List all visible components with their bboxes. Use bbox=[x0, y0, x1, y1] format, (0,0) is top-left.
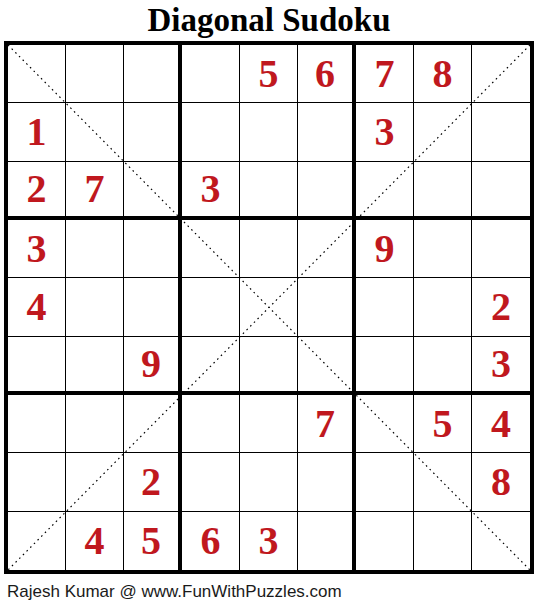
cell-r7c2[interactable] bbox=[66, 395, 124, 453]
cell-r5c7[interactable] bbox=[356, 278, 414, 336]
puzzle-title: Diagonal Sudoku bbox=[0, 3, 538, 37]
cell-r6c7[interactable] bbox=[356, 337, 414, 395]
cell-r7c8[interactable]: 5 bbox=[414, 395, 472, 453]
cell-r8c8[interactable] bbox=[414, 453, 472, 511]
cell-r3c8[interactable] bbox=[414, 162, 472, 220]
cell-r5c1[interactable]: 4 bbox=[8, 278, 66, 336]
cell-r8c7[interactable] bbox=[356, 453, 414, 511]
cell-r5c4[interactable] bbox=[182, 278, 240, 336]
cell-r4c7[interactable]: 9 bbox=[356, 220, 414, 278]
cell-r2c3[interactable] bbox=[124, 103, 182, 161]
cell-r1c9[interactable] bbox=[472, 45, 530, 103]
cell-r3c2[interactable]: 7 bbox=[66, 162, 124, 220]
cell-r9c4[interactable]: 6 bbox=[182, 512, 240, 570]
cell-r1c2[interactable] bbox=[66, 45, 124, 103]
cell-r2c5[interactable] bbox=[240, 103, 298, 161]
cell-r3c3[interactable] bbox=[124, 162, 182, 220]
cell-r1c8[interactable]: 8 bbox=[414, 45, 472, 103]
cell-r4c6[interactable] bbox=[298, 220, 356, 278]
cell-r8c3[interactable]: 2 bbox=[124, 453, 182, 511]
cell-r6c6[interactable] bbox=[298, 337, 356, 395]
cell-r7c6[interactable]: 7 bbox=[298, 395, 356, 453]
cell-r7c3[interactable] bbox=[124, 395, 182, 453]
cell-r4c9[interactable] bbox=[472, 220, 530, 278]
cell-r8c9[interactable]: 8 bbox=[472, 453, 530, 511]
cell-r6c5[interactable] bbox=[240, 337, 298, 395]
cell-r9c6[interactable] bbox=[298, 512, 356, 570]
cell-r4c5[interactable] bbox=[240, 220, 298, 278]
cell-r5c3[interactable] bbox=[124, 278, 182, 336]
cell-r9c2[interactable]: 4 bbox=[66, 512, 124, 570]
sudoku-grid: 567813273394293754284563 bbox=[8, 45, 530, 570]
cell-r8c2[interactable] bbox=[66, 453, 124, 511]
cell-r5c9[interactable]: 2 bbox=[472, 278, 530, 336]
cell-r9c5[interactable]: 3 bbox=[240, 512, 298, 570]
cell-r3c9[interactable] bbox=[472, 162, 530, 220]
cell-r1c3[interactable] bbox=[124, 45, 182, 103]
cell-r3c1[interactable]: 2 bbox=[8, 162, 66, 220]
cell-r9c8[interactable] bbox=[414, 512, 472, 570]
cell-r2c4[interactable] bbox=[182, 103, 240, 161]
cell-r8c6[interactable] bbox=[298, 453, 356, 511]
cell-r2c8[interactable] bbox=[414, 103, 472, 161]
cell-r2c7[interactable]: 3 bbox=[356, 103, 414, 161]
cell-r5c2[interactable] bbox=[66, 278, 124, 336]
cell-r9c1[interactable] bbox=[8, 512, 66, 570]
cell-r9c7[interactable] bbox=[356, 512, 414, 570]
credit-text: Rajesh Kumar @ www.FunWithPuzzles.com bbox=[7, 582, 538, 602]
cell-r1c5[interactable]: 5 bbox=[240, 45, 298, 103]
cell-r8c4[interactable] bbox=[182, 453, 240, 511]
cell-r3c5[interactable] bbox=[240, 162, 298, 220]
cell-r1c6[interactable]: 6 bbox=[298, 45, 356, 103]
cell-r7c4[interactable] bbox=[182, 395, 240, 453]
cell-r7c9[interactable]: 4 bbox=[472, 395, 530, 453]
cell-r5c6[interactable] bbox=[298, 278, 356, 336]
cell-r4c4[interactable] bbox=[182, 220, 240, 278]
cell-r6c1[interactable] bbox=[8, 337, 66, 395]
cell-r1c7[interactable]: 7 bbox=[356, 45, 414, 103]
cell-r4c3[interactable] bbox=[124, 220, 182, 278]
cell-r6c3[interactable]: 9 bbox=[124, 337, 182, 395]
sudoku-board: 567813273394293754284563 bbox=[4, 41, 534, 574]
cell-r5c5[interactable] bbox=[240, 278, 298, 336]
cell-r5c8[interactable] bbox=[414, 278, 472, 336]
cell-r7c1[interactable] bbox=[8, 395, 66, 453]
cell-r7c5[interactable] bbox=[240, 395, 298, 453]
cell-r3c6[interactable] bbox=[298, 162, 356, 220]
cell-r9c3[interactable]: 5 bbox=[124, 512, 182, 570]
cell-r8c1[interactable] bbox=[8, 453, 66, 511]
cell-r6c2[interactable] bbox=[66, 337, 124, 395]
puzzle-page: { "game": "diagonal-sudoku", "title": "D… bbox=[0, 0, 538, 604]
cell-r8c5[interactable] bbox=[240, 453, 298, 511]
cell-r7c7[interactable] bbox=[356, 395, 414, 453]
cell-r2c9[interactable] bbox=[472, 103, 530, 161]
cell-r2c1[interactable]: 1 bbox=[8, 103, 66, 161]
cell-r4c2[interactable] bbox=[66, 220, 124, 278]
cell-r6c9[interactable]: 3 bbox=[472, 337, 530, 395]
cell-r2c6[interactable] bbox=[298, 103, 356, 161]
cell-r3c7[interactable] bbox=[356, 162, 414, 220]
cell-r6c8[interactable] bbox=[414, 337, 472, 395]
cell-r1c4[interactable] bbox=[182, 45, 240, 103]
cell-r2c2[interactable] bbox=[66, 103, 124, 161]
cell-r4c8[interactable] bbox=[414, 220, 472, 278]
cell-r1c1[interactable] bbox=[8, 45, 66, 103]
cell-r4c1[interactable]: 3 bbox=[8, 220, 66, 278]
cell-r3c4[interactable]: 3 bbox=[182, 162, 240, 220]
cell-r6c4[interactable] bbox=[182, 337, 240, 395]
cell-r9c9[interactable] bbox=[472, 512, 530, 570]
